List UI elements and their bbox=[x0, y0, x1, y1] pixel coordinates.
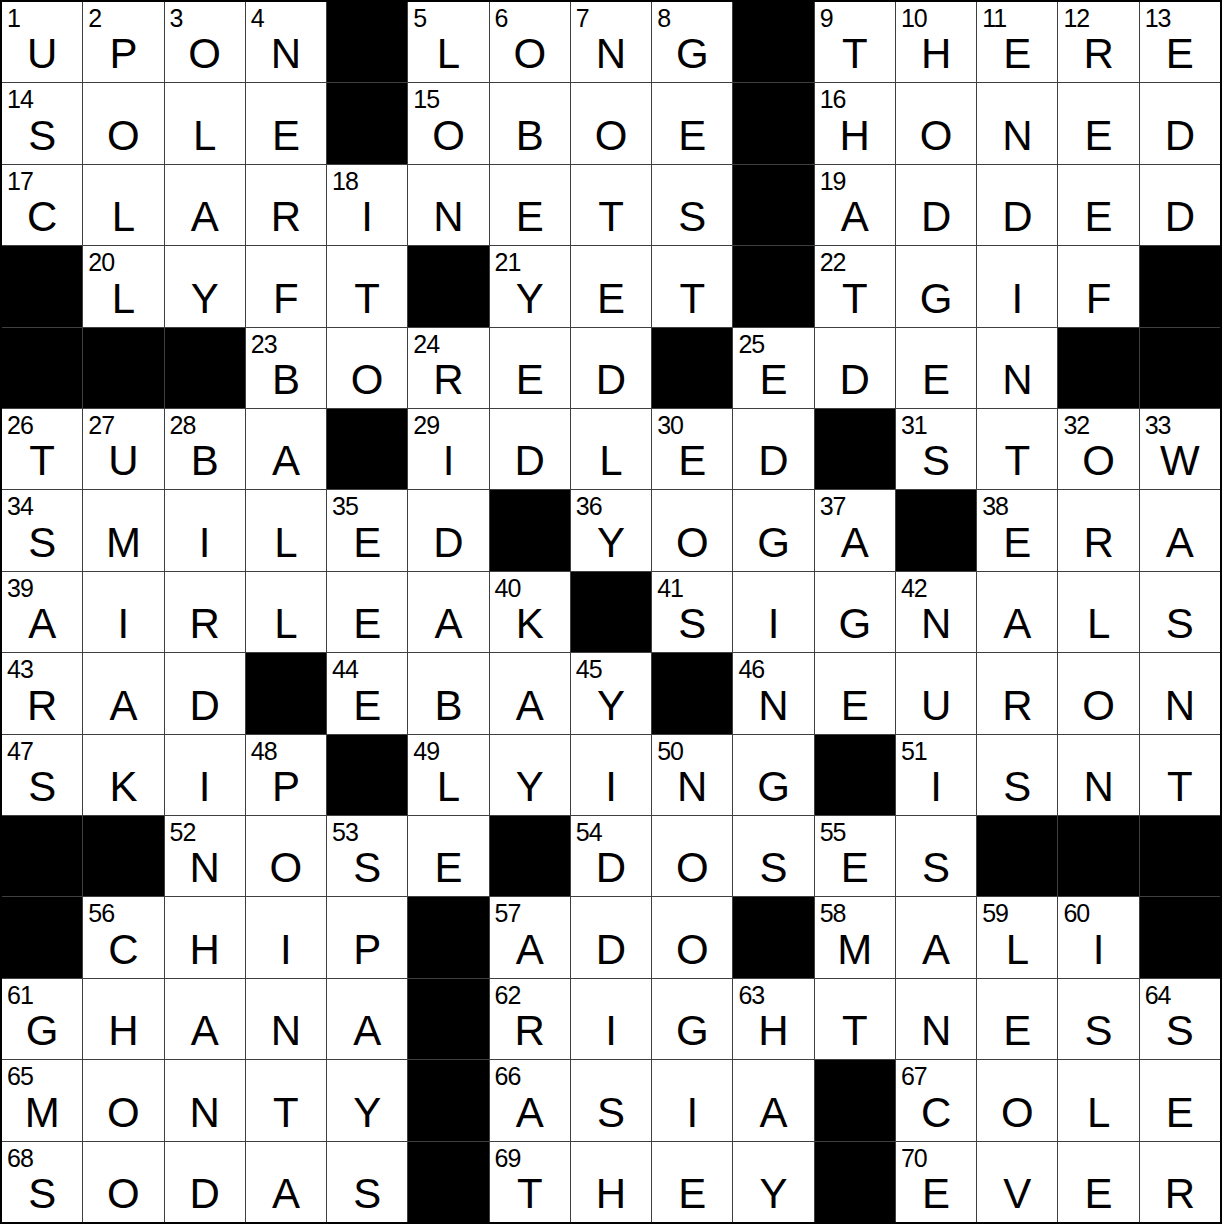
grid-cell[interactable]: E bbox=[1058, 1142, 1138, 1222]
cell-letter: S bbox=[571, 1092, 651, 1134]
clue-number: 52 bbox=[170, 819, 196, 845]
grid-cell[interactable]: 38E bbox=[977, 490, 1057, 570]
grid-cell[interactable]: 36Y bbox=[571, 490, 651, 570]
grid-cell[interactable]: N bbox=[896, 979, 976, 1059]
grid-cell[interactable]: Y bbox=[733, 1142, 813, 1222]
grid-cell[interactable]: A bbox=[246, 409, 326, 489]
grid-cell[interactable]: F bbox=[1058, 246, 1138, 326]
grid-cell[interactable]: 11E bbox=[977, 2, 1057, 82]
black-cell bbox=[652, 328, 732, 408]
grid-cell[interactable]: D bbox=[408, 490, 488, 570]
cell-letter: D bbox=[165, 1173, 245, 1215]
grid-cell[interactable]: 67C bbox=[896, 1060, 976, 1140]
black-cell bbox=[815, 735, 895, 815]
grid-cell[interactable]: E bbox=[896, 328, 976, 408]
grid-cell[interactable]: A bbox=[83, 653, 163, 733]
grid-cell[interactable]: 52N bbox=[165, 816, 245, 896]
cell-letter: C bbox=[2, 196, 82, 238]
cell-letter: N bbox=[1058, 766, 1138, 808]
grid-cell[interactable]: L bbox=[246, 572, 326, 652]
grid-cell[interactable]: N bbox=[165, 1060, 245, 1140]
cell-letter: N bbox=[1140, 685, 1220, 727]
cell-letter: A bbox=[165, 1010, 245, 1052]
grid-cell[interactable]: 5L bbox=[408, 2, 488, 82]
cell-letter: S bbox=[2, 522, 82, 564]
cell-letter: B bbox=[246, 359, 326, 401]
grid-cell[interactable]: 12R bbox=[1058, 2, 1138, 82]
grid-cell[interactable]: L bbox=[571, 409, 651, 489]
grid-cell[interactable]: 60I bbox=[1058, 897, 1138, 977]
grid-cell[interactable]: 20L bbox=[83, 246, 163, 326]
grid-cell[interactable]: 45Y bbox=[571, 653, 651, 733]
grid-cell[interactable]: D bbox=[815, 328, 895, 408]
grid-cell[interactable]: A bbox=[490, 653, 570, 733]
grid-cell[interactable]: E bbox=[571, 246, 651, 326]
grid-cell[interactable]: F bbox=[246, 246, 326, 326]
clue-number: 56 bbox=[88, 900, 114, 926]
grid-cell[interactable]: K bbox=[83, 735, 163, 815]
cell-letter: O bbox=[83, 1092, 163, 1134]
clue-number: 70 bbox=[901, 1145, 927, 1171]
cell-letter: E bbox=[327, 603, 407, 645]
clue-number: 10 bbox=[901, 5, 927, 31]
cell-letter: D bbox=[1140, 115, 1220, 157]
grid-cell[interactable]: 53S bbox=[327, 816, 407, 896]
grid-cell[interactable]: 69T bbox=[490, 1142, 570, 1222]
grid-cell[interactable]: 39A bbox=[2, 572, 82, 652]
cell-letter: A bbox=[490, 1092, 570, 1134]
grid-cell[interactable]: T bbox=[652, 246, 732, 326]
grid-cell[interactable]: I bbox=[733, 572, 813, 652]
grid-cell[interactable]: D bbox=[1140, 83, 1220, 163]
clue-number: 12 bbox=[1063, 5, 1089, 31]
grid-cell[interactable]: 1U bbox=[2, 2, 82, 82]
grid-cell[interactable]: 51I bbox=[896, 735, 976, 815]
cell-letter: T bbox=[571, 196, 651, 238]
cell-letter: L bbox=[977, 929, 1057, 971]
grid-cell[interactable]: R bbox=[977, 653, 1057, 733]
cell-letter: E bbox=[896, 1173, 976, 1215]
grid-cell[interactable]: L bbox=[165, 83, 245, 163]
grid-cell[interactable]: E bbox=[408, 816, 488, 896]
grid-cell[interactable]: E bbox=[652, 83, 732, 163]
grid-cell[interactable]: 42N bbox=[896, 572, 976, 652]
cell-letter: L bbox=[408, 766, 488, 808]
cell-letter: S bbox=[652, 196, 732, 238]
grid-cell[interactable]: 35E bbox=[327, 490, 407, 570]
grid-cell[interactable]: T bbox=[571, 165, 651, 245]
grid-cell[interactable]: 10H bbox=[896, 2, 976, 82]
grid-cell[interactable]: 17C bbox=[2, 165, 82, 245]
grid-cell[interactable]: 24R bbox=[408, 328, 488, 408]
grid-cell[interactable]: 4N bbox=[246, 2, 326, 82]
cell-letter: T bbox=[490, 1173, 570, 1215]
grid-cell[interactable]: S bbox=[652, 165, 732, 245]
grid-cell[interactable]: 48P bbox=[246, 735, 326, 815]
black-cell bbox=[246, 653, 326, 733]
grid-cell[interactable]: B bbox=[408, 653, 488, 733]
grid-cell[interactable]: A bbox=[733, 1060, 813, 1140]
cell-letter: Y bbox=[165, 278, 245, 320]
grid-cell[interactable]: D bbox=[490, 409, 570, 489]
grid-cell[interactable]: M bbox=[83, 490, 163, 570]
grid-cell[interactable]: R bbox=[165, 572, 245, 652]
grid-cell[interactable]: T bbox=[977, 409, 1057, 489]
grid-cell[interactable]: A bbox=[977, 572, 1057, 652]
grid-cell[interactable]: D bbox=[165, 653, 245, 733]
grid-cell[interactable]: T bbox=[1140, 735, 1220, 815]
grid-cell[interactable]: O bbox=[246, 816, 326, 896]
grid-cell[interactable]: Y bbox=[165, 246, 245, 326]
cell-letter: D bbox=[571, 359, 651, 401]
grid-cell[interactable]: 34S bbox=[2, 490, 82, 570]
grid-cell[interactable]: R bbox=[1058, 490, 1138, 570]
grid-cell[interactable]: E bbox=[977, 979, 1057, 1059]
cell-letter: S bbox=[896, 440, 976, 482]
grid-cell[interactable]: U bbox=[896, 653, 976, 733]
cell-letter: S bbox=[733, 847, 813, 889]
grid-cell[interactable]: 2P bbox=[83, 2, 163, 82]
grid-cell[interactable]: 57A bbox=[490, 897, 570, 977]
cell-letter: Y bbox=[490, 766, 570, 808]
clue-number: 19 bbox=[820, 168, 846, 194]
grid-cell[interactable]: E bbox=[490, 328, 570, 408]
grid-cell[interactable]: A bbox=[896, 897, 976, 977]
cell-letter: S bbox=[896, 847, 976, 889]
clue-number: 65 bbox=[7, 1063, 33, 1089]
clue-number: 66 bbox=[495, 1063, 521, 1089]
grid-cell[interactable]: T bbox=[815, 979, 895, 1059]
grid-cell[interactable]: 41S bbox=[652, 572, 732, 652]
cell-letter: G bbox=[2, 1010, 82, 1052]
cell-letter: H bbox=[83, 1010, 163, 1052]
grid-cell[interactable]: E bbox=[1140, 1060, 1220, 1140]
grid-cell[interactable]: O bbox=[652, 490, 732, 570]
grid-cell[interactable]: L bbox=[246, 490, 326, 570]
grid-cell[interactable]: 37A bbox=[815, 490, 895, 570]
black-cell bbox=[733, 165, 813, 245]
clue-number: 30 bbox=[657, 412, 683, 438]
cell-letter: O bbox=[1058, 685, 1138, 727]
cell-letter: A bbox=[490, 929, 570, 971]
clue-number: 7 bbox=[576, 5, 589, 31]
grid-cell[interactable]: 25E bbox=[733, 328, 813, 408]
clue-number: 4 bbox=[251, 5, 264, 31]
clue-number: 23 bbox=[251, 331, 277, 357]
grid-cell[interactable]: 9T bbox=[815, 2, 895, 82]
grid-cell[interactable]: D bbox=[571, 328, 651, 408]
cell-letter: T bbox=[1140, 766, 1220, 808]
grid-cell[interactable]: 16H bbox=[815, 83, 895, 163]
grid-cell[interactable]: 46N bbox=[733, 653, 813, 733]
grid-cell[interactable]: 30E bbox=[652, 409, 732, 489]
cell-letter: E bbox=[246, 115, 326, 157]
grid-cell[interactable]: 32O bbox=[1058, 409, 1138, 489]
clue-number: 8 bbox=[657, 5, 670, 31]
grid-cell[interactable]: 21Y bbox=[490, 246, 570, 326]
grid-cell[interactable]: I bbox=[246, 897, 326, 977]
grid-cell[interactable]: S bbox=[327, 1142, 407, 1222]
cell-letter: W bbox=[1140, 440, 1220, 482]
grid-cell[interactable]: D bbox=[571, 897, 651, 977]
cell-letter: B bbox=[490, 115, 570, 157]
cell-letter: N bbox=[733, 685, 813, 727]
grid-cell[interactable]: L bbox=[1058, 572, 1138, 652]
cell-letter: A bbox=[977, 603, 1057, 645]
clue-number: 9 bbox=[820, 5, 833, 31]
grid-cell[interactable]: 56C bbox=[83, 897, 163, 977]
grid-cell[interactable]: D bbox=[977, 165, 1057, 245]
grid-cell[interactable]: N bbox=[977, 83, 1057, 163]
cell-letter: A bbox=[327, 1010, 407, 1052]
grid-cell[interactable]: O bbox=[1058, 653, 1138, 733]
grid-cell[interactable]: 18I bbox=[327, 165, 407, 245]
grid-cell[interactable]: O bbox=[571, 83, 651, 163]
grid-cell[interactable]: 7N bbox=[571, 2, 651, 82]
cell-letter: T bbox=[815, 33, 895, 75]
grid-cell[interactable]: O bbox=[83, 1060, 163, 1140]
grid-cell[interactable]: D bbox=[896, 165, 976, 245]
grid-cell[interactable]: 49L bbox=[408, 735, 488, 815]
clue-number: 36 bbox=[576, 493, 602, 519]
grid-cell[interactable]: S bbox=[1140, 572, 1220, 652]
grid-cell[interactable]: O bbox=[652, 897, 732, 977]
grid-cell[interactable]: S bbox=[571, 1060, 651, 1140]
grid-cell[interactable]: G bbox=[733, 735, 813, 815]
grid-cell[interactable]: A bbox=[1140, 490, 1220, 570]
grid-cell[interactable]: 23B bbox=[246, 328, 326, 408]
cell-letter: O bbox=[327, 359, 407, 401]
grid-cell[interactable]: I bbox=[83, 572, 163, 652]
grid-cell[interactable]: O bbox=[83, 83, 163, 163]
grid-cell[interactable]: A bbox=[246, 1142, 326, 1222]
cell-letter: O bbox=[1058, 440, 1138, 482]
grid-cell[interactable]: E bbox=[1058, 83, 1138, 163]
clue-number: 39 bbox=[7, 575, 33, 601]
cell-letter: U bbox=[896, 685, 976, 727]
grid-cell[interactable]: 31S bbox=[896, 409, 976, 489]
black-cell bbox=[1140, 897, 1220, 977]
clue-number: 17 bbox=[7, 168, 33, 194]
grid-cell[interactable]: S bbox=[896, 816, 976, 896]
cell-letter: E bbox=[1140, 33, 1220, 75]
cell-letter: C bbox=[83, 929, 163, 971]
grid-cell[interactable]: 50N bbox=[652, 735, 732, 815]
grid-cell[interactable]: 47S bbox=[2, 735, 82, 815]
grid-cell[interactable]: G bbox=[733, 490, 813, 570]
grid-cell[interactable]: N bbox=[1058, 735, 1138, 815]
clue-number: 50 bbox=[657, 738, 683, 764]
grid-cell[interactable]: A bbox=[327, 979, 407, 1059]
grid-cell[interactable]: G bbox=[652, 979, 732, 1059]
clue-number: 46 bbox=[738, 656, 764, 682]
grid-cell[interactable]: 27U bbox=[83, 409, 163, 489]
cell-letter: E bbox=[327, 522, 407, 564]
grid-cell[interactable]: H bbox=[165, 897, 245, 977]
grid-cell[interactable]: 15O bbox=[408, 83, 488, 163]
grid-cell[interactable]: A bbox=[408, 572, 488, 652]
cell-letter: O bbox=[83, 1173, 163, 1215]
grid-cell[interactable]: 13E bbox=[1140, 2, 1220, 82]
cell-letter: F bbox=[246, 278, 326, 320]
grid-cell[interactable]: 28B bbox=[165, 409, 245, 489]
clue-number: 54 bbox=[576, 819, 602, 845]
clue-number: 11 bbox=[982, 5, 1006, 31]
cell-letter: M bbox=[83, 522, 163, 564]
cell-letter: N bbox=[165, 847, 245, 889]
black-cell bbox=[815, 409, 895, 489]
cell-letter: D bbox=[571, 929, 651, 971]
cell-letter: N bbox=[977, 359, 1057, 401]
grid-cell[interactable]: 55E bbox=[815, 816, 895, 896]
cell-letter: E bbox=[977, 522, 1057, 564]
grid-cell[interactable]: R bbox=[1140, 1142, 1220, 1222]
cell-letter: A bbox=[896, 929, 976, 971]
grid-cell[interactable]: 66A bbox=[490, 1060, 570, 1140]
grid-cell[interactable]: Y bbox=[490, 735, 570, 815]
grid-cell[interactable]: D bbox=[165, 1142, 245, 1222]
grid-cell[interactable]: N bbox=[408, 165, 488, 245]
clue-number: 49 bbox=[413, 738, 439, 764]
grid-cell[interactable]: 63H bbox=[733, 979, 813, 1059]
grid-cell[interactable]: 6O bbox=[490, 2, 570, 82]
cell-letter: T bbox=[327, 278, 407, 320]
grid-cell[interactable]: 3O bbox=[165, 2, 245, 82]
grid-cell[interactable]: 54D bbox=[571, 816, 651, 896]
grid-cell[interactable]: S bbox=[1058, 979, 1138, 1059]
grid-cell[interactable]: N bbox=[977, 328, 1057, 408]
clue-number: 33 bbox=[1145, 412, 1171, 438]
grid-cell[interactable]: 8G bbox=[652, 2, 732, 82]
grid-cell[interactable]: 22T bbox=[815, 246, 895, 326]
grid-cell[interactable]: R bbox=[246, 165, 326, 245]
clue-number: 28 bbox=[170, 412, 196, 438]
grid-cell[interactable]: H bbox=[83, 979, 163, 1059]
cell-letter: S bbox=[1140, 1010, 1220, 1052]
cell-letter: A bbox=[83, 685, 163, 727]
grid-cell[interactable]: O bbox=[896, 83, 976, 163]
grid-cell[interactable]: I bbox=[165, 490, 245, 570]
cell-letter: I bbox=[571, 1010, 651, 1052]
grid-cell[interactable]: E bbox=[246, 83, 326, 163]
clue-number: 57 bbox=[495, 900, 521, 926]
grid-cell[interactable]: E bbox=[490, 165, 570, 245]
cell-letter: H bbox=[571, 1173, 651, 1215]
cell-letter: P bbox=[246, 766, 326, 808]
cell-letter: I bbox=[652, 1092, 732, 1134]
grid-cell[interactable]: I bbox=[165, 735, 245, 815]
grid-cell[interactable]: 70E bbox=[896, 1142, 976, 1222]
cell-letter: O bbox=[246, 847, 326, 889]
grid-cell[interactable]: S bbox=[733, 816, 813, 896]
grid-cell[interactable]: H bbox=[571, 1142, 651, 1222]
grid-cell[interactable]: A bbox=[165, 165, 245, 245]
grid-cell[interactable]: T bbox=[246, 1060, 326, 1140]
grid-cell[interactable]: 43R bbox=[2, 653, 82, 733]
grid-cell[interactable]: I bbox=[571, 979, 651, 1059]
clue-number: 2 bbox=[88, 5, 101, 31]
grid-cell[interactable]: 65M bbox=[2, 1060, 82, 1140]
grid-cell[interactable]: 64S bbox=[1140, 979, 1220, 1059]
clue-number: 40 bbox=[495, 575, 521, 601]
clue-number: 43 bbox=[7, 656, 33, 682]
clue-number: 1 bbox=[7, 5, 20, 31]
cell-letter: E bbox=[571, 278, 651, 320]
grid-cell[interactable]: 61G bbox=[2, 979, 82, 1059]
clue-number: 51 bbox=[901, 738, 927, 764]
grid-cell[interactable]: I bbox=[977, 246, 1057, 326]
grid-cell[interactable]: 68S bbox=[2, 1142, 82, 1222]
black-cell bbox=[2, 897, 82, 977]
grid-cell[interactable]: N bbox=[246, 979, 326, 1059]
grid-cell[interactable]: O bbox=[977, 1060, 1057, 1140]
grid-cell[interactable]: 26T bbox=[2, 409, 82, 489]
grid-cell[interactable]: 33W bbox=[1140, 409, 1220, 489]
grid-cell[interactable]: D bbox=[1140, 165, 1220, 245]
grid-cell[interactable]: E bbox=[1058, 165, 1138, 245]
grid-cell[interactable]: 59L bbox=[977, 897, 1057, 977]
cell-letter: L bbox=[246, 603, 326, 645]
cell-letter: A bbox=[815, 196, 895, 238]
grid-cell[interactable]: L bbox=[83, 165, 163, 245]
grid-cell[interactable]: O bbox=[652, 816, 732, 896]
grid-cell[interactable]: 19A bbox=[815, 165, 895, 245]
clue-number: 55 bbox=[820, 819, 846, 845]
grid-cell[interactable]: 44E bbox=[327, 653, 407, 733]
grid-cell[interactable]: E bbox=[327, 572, 407, 652]
clue-number: 16 bbox=[820, 86, 846, 112]
clue-number: 6 bbox=[495, 5, 508, 31]
grid-cell[interactable]: 40K bbox=[490, 572, 570, 652]
grid-cell[interactable]: L bbox=[1058, 1060, 1138, 1140]
cell-letter: T bbox=[815, 1010, 895, 1052]
grid-cell[interactable]: G bbox=[896, 246, 976, 326]
grid-cell[interactable]: G bbox=[815, 572, 895, 652]
black-cell bbox=[327, 409, 407, 489]
grid-cell[interactable]: A bbox=[165, 979, 245, 1059]
grid-cell[interactable]: 58M bbox=[815, 897, 895, 977]
cell-letter: T bbox=[2, 440, 82, 482]
grid-cell[interactable]: 29I bbox=[408, 409, 488, 489]
grid-cell[interactable]: T bbox=[327, 246, 407, 326]
grid-cell[interactable]: I bbox=[652, 1060, 732, 1140]
clue-number: 64 bbox=[1145, 982, 1171, 1008]
grid-cell[interactable]: P bbox=[327, 897, 407, 977]
grid-cell[interactable]: S bbox=[977, 735, 1057, 815]
clue-number: 42 bbox=[901, 575, 927, 601]
grid-cell[interactable]: 14S bbox=[2, 83, 82, 163]
cell-letter: O bbox=[977, 1092, 1057, 1134]
grid-cell[interactable]: O bbox=[83, 1142, 163, 1222]
grid-cell[interactable]: O bbox=[327, 328, 407, 408]
grid-cell[interactable]: 62R bbox=[490, 979, 570, 1059]
grid-cell[interactable]: I bbox=[571, 735, 651, 815]
grid-cell[interactable]: Y bbox=[327, 1060, 407, 1140]
cell-letter: A bbox=[246, 440, 326, 482]
grid-cell[interactable]: E bbox=[652, 1142, 732, 1222]
grid-cell[interactable]: B bbox=[490, 83, 570, 163]
black-cell bbox=[2, 816, 82, 896]
grid-cell[interactable]: E bbox=[815, 653, 895, 733]
grid-cell[interactable]: V bbox=[977, 1142, 1057, 1222]
cell-letter: B bbox=[408, 685, 488, 727]
grid-cell[interactable]: N bbox=[1140, 653, 1220, 733]
black-cell bbox=[1140, 816, 1220, 896]
clue-number: 47 bbox=[7, 738, 33, 764]
cell-letter: D bbox=[408, 522, 488, 564]
grid-cell[interactable]: D bbox=[733, 409, 813, 489]
cell-letter: H bbox=[815, 115, 895, 157]
